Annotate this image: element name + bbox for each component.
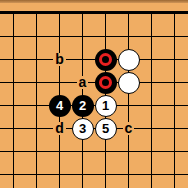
- white-stone-move-1: 1: [95, 95, 117, 117]
- intersection-point-label-a: a: [71, 71, 94, 94]
- intersection-grid: 42135badc: [2, 2, 186, 186]
- intersection-black-stone-move-2: 2: [71, 94, 94, 117]
- go-board-diagram: 42135badc: [0, 0, 188, 188]
- black-stone-move-4: 4: [49, 95, 71, 117]
- black-stone-circled-lower: [95, 72, 117, 94]
- point-label-d: d: [53, 122, 66, 135]
- intersection-black-stone-circled-lower: [94, 71, 117, 94]
- intersection-white-stone-move-3: 3: [71, 117, 94, 140]
- intersection-point-label-d: d: [48, 117, 71, 140]
- point-label-a: a: [77, 76, 89, 89]
- circle-mark-icon: [99, 76, 112, 89]
- intersection-black-stone-move-4: 4: [48, 94, 71, 117]
- black-stone-move-2: 2: [72, 95, 94, 117]
- white-stone-move-5: 5: [95, 118, 117, 140]
- intersection-white-stone-move-1: 1: [94, 94, 117, 117]
- intersection-white-stone-lower: [117, 71, 140, 94]
- point-label-c: c: [123, 122, 135, 135]
- intersection-white-stone-move-5: 5: [94, 117, 117, 140]
- circle-mark-icon: [99, 53, 112, 66]
- intersection-black-stone-circled-upper: [94, 48, 117, 71]
- intersection-point-label-c: c: [117, 117, 140, 140]
- white-stone-move-3: 3: [72, 118, 94, 140]
- intersection-white-stone-upper: [117, 48, 140, 71]
- black-stone-circled-upper: [95, 49, 117, 71]
- white-stone-upper: [118, 49, 140, 71]
- white-stone-lower: [118, 72, 140, 94]
- point-label-b: b: [53, 53, 66, 66]
- intersection-point-label-b: b: [48, 48, 71, 71]
